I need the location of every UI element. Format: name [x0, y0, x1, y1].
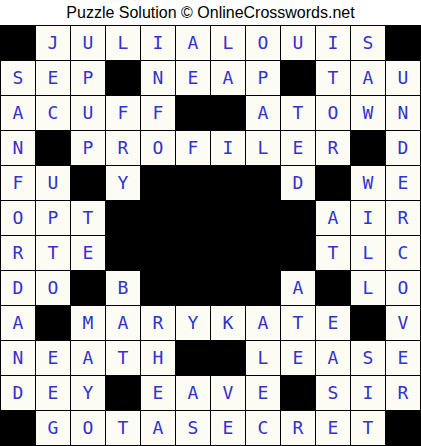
letter-cell-r10c12: E — [386, 341, 421, 376]
letter-cell-r2c11: A — [351, 61, 386, 96]
letter-cell-r9c5: R — [141, 306, 176, 341]
letter-cell-r1c11: S — [351, 26, 386, 61]
letter-cell-r4c3: P — [71, 131, 106, 166]
letter-cell-r8c9: A — [281, 271, 316, 306]
block-cell-r8c8 — [246, 271, 281, 306]
letter-cell-r3c4: F — [106, 96, 141, 131]
letter-cell-r4c9: E — [281, 131, 316, 166]
block-cell-r3c7 — [211, 96, 246, 131]
letter-cell-r11c6: A — [176, 376, 211, 411]
letter-cell-r2c12: U — [386, 61, 421, 96]
block-cell-r5c5 — [141, 166, 176, 201]
letter-cell-r9c3: M — [71, 306, 106, 341]
letter-cell-r7c1: R — [1, 236, 36, 271]
letter-cell-r7c10: T — [316, 236, 351, 271]
letter-cell-r8c1: D — [1, 271, 36, 306]
letter-cell-r6c12: R — [386, 201, 421, 236]
letter-cell-r1c5: I — [141, 26, 176, 61]
letter-cell-r3c5: F — [141, 96, 176, 131]
letter-cell-r2c7: A — [211, 61, 246, 96]
letter-cell-r1c6: A — [176, 26, 211, 61]
letter-cell-r6c1: O — [1, 201, 36, 236]
block-cell-r2c9 — [281, 61, 316, 96]
letter-cell-r1c3: U — [71, 26, 106, 61]
block-cell-r5c10 — [316, 166, 351, 201]
letter-cell-r5c2: U — [36, 166, 71, 201]
block-cell-r10c6 — [176, 341, 211, 376]
block-cell-r5c6 — [176, 166, 211, 201]
letter-cell-r10c3: A — [71, 341, 106, 376]
block-cell-r6c9 — [281, 201, 316, 236]
page-title: Puzzle Solution © OnlineCrosswords.net — [0, 0, 421, 25]
block-cell-r3c6 — [176, 96, 211, 131]
letter-cell-r5c4: Y — [106, 166, 141, 201]
letter-cell-r3c9: T — [281, 96, 316, 131]
letter-cell-r8c4: B — [106, 271, 141, 306]
letter-cell-r12c6: S — [176, 411, 211, 446]
letter-cell-r1c8: O — [246, 26, 281, 61]
letter-cell-r2c3: P — [71, 61, 106, 96]
letter-cell-r1c7: L — [211, 26, 246, 61]
letter-cell-r4c12: D — [386, 131, 421, 166]
letter-cell-r2c5: N — [141, 61, 176, 96]
letter-cell-r12c4: T — [106, 411, 141, 446]
letter-cell-r1c2: J — [36, 26, 71, 61]
letter-cell-r12c2: G — [36, 411, 71, 446]
letter-cell-r10c5: H — [141, 341, 176, 376]
letter-cell-r3c8: A — [246, 96, 281, 131]
letter-cell-r4c1: N — [1, 131, 36, 166]
letter-cell-r3c2: C — [36, 96, 71, 131]
letter-cell-r5c9: D — [281, 166, 316, 201]
block-cell-r7c7 — [211, 236, 246, 271]
block-cell-r6c5 — [141, 201, 176, 236]
letter-cell-r2c1: S — [1, 61, 36, 96]
block-cell-r2c4 — [106, 61, 141, 96]
block-cell-r7c5 — [141, 236, 176, 271]
letter-cell-r12c10: E — [316, 411, 351, 446]
block-cell-r7c8 — [246, 236, 281, 271]
letter-cell-r4c6: F — [176, 131, 211, 166]
block-cell-r5c8 — [246, 166, 281, 201]
letter-cell-r4c10: R — [316, 131, 351, 166]
letter-cell-r7c3: E — [71, 236, 106, 271]
letter-cell-r10c11: S — [351, 341, 386, 376]
block-cell-r6c7 — [211, 201, 246, 236]
block-cell-r6c8 — [246, 201, 281, 236]
letter-cell-r9c7: K — [211, 306, 246, 341]
letter-cell-r11c2: E — [36, 376, 71, 411]
letter-cell-r11c11: I — [351, 376, 386, 411]
letter-cell-r5c12: E — [386, 166, 421, 201]
letter-cell-r7c11: L — [351, 236, 386, 271]
block-cell-r7c4 — [106, 236, 141, 271]
letter-cell-r3c1: A — [1, 96, 36, 131]
letter-cell-r11c1: D — [1, 376, 36, 411]
letter-cell-r1c9: U — [281, 26, 316, 61]
letter-cell-r10c8: L — [246, 341, 281, 376]
letter-cell-r7c2: T — [36, 236, 71, 271]
block-cell-r8c7 — [211, 271, 246, 306]
letter-cell-r3c10: O — [316, 96, 351, 131]
letter-cell-r9c1: A — [1, 306, 36, 341]
letter-cell-r11c8: E — [246, 376, 281, 411]
letter-cell-r10c4: T — [106, 341, 141, 376]
letter-cell-r2c10: T — [316, 61, 351, 96]
letter-cell-r3c3: U — [71, 96, 106, 131]
letter-cell-r12c8: C — [246, 411, 281, 446]
letter-cell-r11c12: R — [386, 376, 421, 411]
letter-cell-r12c3: O — [71, 411, 106, 446]
letter-cell-r6c10: A — [316, 201, 351, 236]
block-cell-r12c1 — [1, 411, 36, 446]
letter-cell-r10c2: E — [36, 341, 71, 376]
block-cell-r8c6 — [176, 271, 211, 306]
block-cell-r9c2 — [36, 306, 71, 341]
block-cell-r9c11 — [351, 306, 386, 341]
letter-cell-r1c10: I — [316, 26, 351, 61]
block-cell-r8c5 — [141, 271, 176, 306]
letter-cell-r9c6: Y — [176, 306, 211, 341]
letter-cell-r5c11: W — [351, 166, 386, 201]
letter-cell-r10c9: E — [281, 341, 316, 376]
letter-cell-r10c1: N — [1, 341, 36, 376]
block-cell-r8c10 — [316, 271, 351, 306]
letter-cell-r6c2: P — [36, 201, 71, 236]
letter-cell-r6c11: I — [351, 201, 386, 236]
letter-cell-r3c12: N — [386, 96, 421, 131]
letter-cell-r9c12: V — [386, 306, 421, 341]
block-cell-r8c3 — [71, 271, 106, 306]
letter-cell-r12c9: R — [281, 411, 316, 446]
letter-cell-r9c8: A — [246, 306, 281, 341]
block-cell-r10c7 — [211, 341, 246, 376]
letter-cell-r12c5: A — [141, 411, 176, 446]
letter-cell-r2c2: E — [36, 61, 71, 96]
block-cell-r5c7 — [211, 166, 246, 201]
letter-cell-r11c10: S — [316, 376, 351, 411]
letter-cell-r2c8: P — [246, 61, 281, 96]
block-cell-r7c6 — [176, 236, 211, 271]
letter-cell-r4c4: R — [106, 131, 141, 166]
letter-cell-r2c6: E — [176, 61, 211, 96]
letter-cell-r4c8: L — [246, 131, 281, 166]
block-cell-r11c9 — [281, 376, 316, 411]
letter-cell-r12c11: T — [351, 411, 386, 446]
letter-cell-r10c10: A — [316, 341, 351, 376]
letter-cell-r8c11: L — [351, 271, 386, 306]
letter-cell-r9c10: E — [316, 306, 351, 341]
letter-cell-r3c11: W — [351, 96, 386, 131]
block-cell-r4c2 — [36, 131, 71, 166]
letter-cell-r6c3: T — [71, 201, 106, 236]
block-cell-r7c9 — [281, 236, 316, 271]
block-cell-r4c11 — [351, 131, 386, 166]
letter-cell-r12c7: E — [211, 411, 246, 446]
letter-cell-r9c4: A — [106, 306, 141, 341]
block-cell-r1c12 — [386, 26, 421, 61]
letter-cell-r1c4: L — [106, 26, 141, 61]
letter-cell-r4c7: I — [211, 131, 246, 166]
crossword-grid: JULIALOUISSEPNEAPTAUACUFFATOWNNPROFILERD… — [0, 25, 421, 446]
letter-cell-r11c5: E — [141, 376, 176, 411]
block-cell-r6c6 — [176, 201, 211, 236]
block-cell-r12c12 — [386, 411, 421, 446]
letter-cell-r11c3: Y — [71, 376, 106, 411]
letter-cell-r8c12: O — [386, 271, 421, 306]
letter-cell-r11c7: V — [211, 376, 246, 411]
block-cell-r1c1 — [1, 26, 36, 61]
block-cell-r11c4 — [106, 376, 141, 411]
letter-cell-r4c5: O — [141, 131, 176, 166]
block-cell-r5c3 — [71, 166, 106, 201]
letter-cell-r9c9: T — [281, 306, 316, 341]
letter-cell-r5c1: F — [1, 166, 36, 201]
letter-cell-r8c2: O — [36, 271, 71, 306]
letter-cell-r7c12: C — [386, 236, 421, 271]
block-cell-r6c4 — [106, 201, 141, 236]
